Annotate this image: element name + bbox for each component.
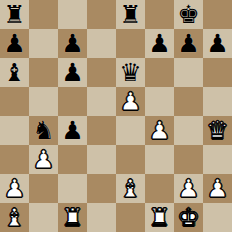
square-d2[interactable]: [87, 174, 116, 203]
square-h1[interactable]: [203, 203, 232, 232]
square-e1[interactable]: [116, 203, 145, 232]
square-c5[interactable]: [58, 87, 87, 116]
square-c6[interactable]: ♟: [58, 58, 87, 87]
square-f6[interactable]: [145, 58, 174, 87]
square-f4[interactable]: ♟: [145, 116, 174, 145]
white-pawn-piece[interactable]: ♟: [32, 145, 54, 174]
square-a5[interactable]: [0, 87, 29, 116]
black-pawn-piece[interactable]: ♟: [177, 29, 199, 58]
square-a2[interactable]: ♟: [0, 174, 29, 203]
black-queen-piece[interactable]: ♛: [119, 58, 141, 87]
square-h3[interactable]: [203, 145, 232, 174]
square-e8[interactable]: ♜: [116, 0, 145, 29]
square-e7[interactable]: [116, 29, 145, 58]
black-knight-piece[interactable]: ♞: [32, 116, 54, 145]
square-b8[interactable]: [29, 0, 58, 29]
square-g6[interactable]: [174, 58, 203, 87]
square-d5[interactable]: [87, 87, 116, 116]
square-g2[interactable]: ♟: [174, 174, 203, 203]
square-h2[interactable]: ♟: [203, 174, 232, 203]
white-pawn-piece[interactable]: ♟: [148, 116, 170, 145]
black-king-piece[interactable]: ♚: [177, 0, 199, 29]
square-e3[interactable]: [116, 145, 145, 174]
square-a1[interactable]: ♝: [0, 203, 29, 232]
square-h8[interactable]: [203, 0, 232, 29]
black-pawn-piece[interactable]: ♟: [61, 58, 83, 87]
black-pawn-piece[interactable]: ♟: [148, 29, 170, 58]
black-pawn-piece[interactable]: ♟: [206, 29, 228, 58]
square-e2[interactable]: ♝: [116, 174, 145, 203]
black-rook-piece[interactable]: ♜: [119, 0, 141, 29]
square-c4[interactable]: ♟: [58, 116, 87, 145]
square-g8[interactable]: ♚: [174, 0, 203, 29]
square-h6[interactable]: [203, 58, 232, 87]
square-b1[interactable]: [29, 203, 58, 232]
square-b5[interactable]: [29, 87, 58, 116]
square-g4[interactable]: [174, 116, 203, 145]
square-g3[interactable]: [174, 145, 203, 174]
square-f8[interactable]: [145, 0, 174, 29]
square-h7[interactable]: ♟: [203, 29, 232, 58]
square-f2[interactable]: [145, 174, 174, 203]
square-d4[interactable]: [87, 116, 116, 145]
square-b6[interactable]: [29, 58, 58, 87]
square-c8[interactable]: [58, 0, 87, 29]
square-e5[interactable]: ♟: [116, 87, 145, 116]
square-h5[interactable]: [203, 87, 232, 116]
square-d3[interactable]: [87, 145, 116, 174]
black-bishop-piece[interactable]: ♝: [3, 58, 25, 87]
white-rook-piece[interactable]: ♜: [61, 203, 83, 232]
square-d8[interactable]: [87, 0, 116, 29]
square-a7[interactable]: ♟: [0, 29, 29, 58]
white-bishop-piece[interactable]: ♝: [119, 174, 141, 203]
square-f3[interactable]: [145, 145, 174, 174]
square-b4[interactable]: ♞: [29, 116, 58, 145]
square-e6[interactable]: ♛: [116, 58, 145, 87]
square-d1[interactable]: [87, 203, 116, 232]
square-f7[interactable]: ♟: [145, 29, 174, 58]
square-a4[interactable]: [0, 116, 29, 145]
square-g5[interactable]: [174, 87, 203, 116]
square-d7[interactable]: [87, 29, 116, 58]
square-c3[interactable]: [58, 145, 87, 174]
square-d6[interactable]: [87, 58, 116, 87]
white-king-piece[interactable]: ♚: [177, 203, 199, 232]
white-pawn-piece[interactable]: ♟: [177, 174, 199, 203]
square-a8[interactable]: ♜: [0, 0, 29, 29]
square-g1[interactable]: ♚: [174, 203, 203, 232]
black-pawn-piece[interactable]: ♟: [61, 29, 83, 58]
square-h4[interactable]: ♛: [203, 116, 232, 145]
square-e4[interactable]: [116, 116, 145, 145]
white-bishop-piece[interactable]: ♝: [3, 203, 25, 232]
square-g7[interactable]: ♟: [174, 29, 203, 58]
white-pawn-piece[interactable]: ♟: [3, 174, 25, 203]
square-c7[interactable]: ♟: [58, 29, 87, 58]
square-c2[interactable]: [58, 174, 87, 203]
square-f1[interactable]: ♜: [145, 203, 174, 232]
white-queen-piece[interactable]: ♛: [206, 116, 228, 145]
white-pawn-piece[interactable]: ♟: [119, 87, 141, 116]
white-rook-piece[interactable]: ♜: [148, 203, 170, 232]
square-b3[interactable]: ♟: [29, 145, 58, 174]
square-f5[interactable]: [145, 87, 174, 116]
black-pawn-piece[interactable]: ♟: [3, 29, 25, 58]
black-pawn-piece[interactable]: ♟: [61, 116, 83, 145]
black-rook-piece[interactable]: ♜: [3, 0, 25, 29]
square-a6[interactable]: ♝: [0, 58, 29, 87]
square-b7[interactable]: [29, 29, 58, 58]
square-c1[interactable]: ♜: [58, 203, 87, 232]
chess-board: ♜♜♚♟♟♟♟♟♝♟♛♟♞♟♟♛♟♟♝♟♟♝♜♜♚: [0, 0, 232, 232]
square-a3[interactable]: [0, 145, 29, 174]
white-pawn-piece[interactable]: ♟: [206, 174, 228, 203]
square-b2[interactable]: [29, 174, 58, 203]
